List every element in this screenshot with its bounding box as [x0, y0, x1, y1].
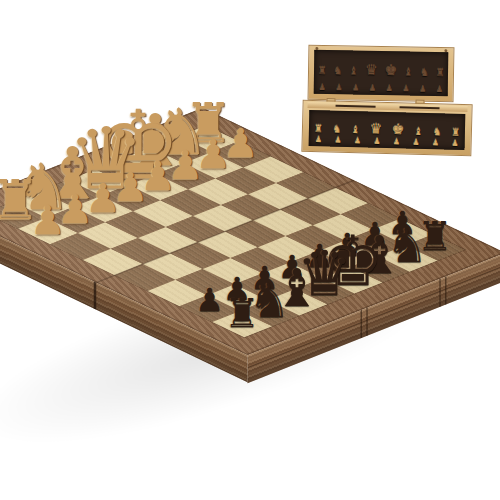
stored-piece-queen: ♛	[365, 63, 378, 77]
hinge-slot	[336, 105, 376, 108]
hinge-groove	[366, 307, 367, 336]
stored-piece-pawn: ♟	[335, 84, 342, 92]
lid-pawns-row: ♟♟♟♟♟♟♟♟	[314, 78, 448, 94]
stored-piece-pawn: ♟	[412, 139, 419, 147]
stored-piece-pawn: ♟	[393, 138, 400, 146]
stored-piece-pawn: ♟	[373, 138, 380, 146]
stored-piece-pawn: ♟	[315, 136, 322, 144]
stored-piece-pawn: ♟	[369, 85, 376, 93]
stored-piece-pawn: ♟	[436, 86, 443, 94]
base-felt: ♜♞♝♛♚♝♞♜ ♟♟♟♟♟♟♟♟	[309, 110, 466, 150]
stored-piece-pawn: ♟	[354, 137, 361, 145]
storage-box-base: ♜♞♝♛♚♝♞♜ ♟♟♟♟♟♟♟♟	[301, 100, 472, 156]
lid-felt: ♜♞♝♛♚♝♞♜ ♟♟♟♟♟♟♟♟	[314, 50, 449, 96]
stored-piece-pawn: ♟	[318, 84, 325, 92]
lid-pieces-row: ♜♞♝♛♚♝♞♜	[314, 52, 448, 78]
stored-piece-pawn: ♟	[402, 85, 409, 93]
stored-piece-rook: ♜	[317, 66, 326, 76]
stored-piece-pawn: ♟	[451, 140, 458, 148]
hinge-seam	[94, 281, 97, 309]
stored-piece-pawn: ♟	[385, 85, 392, 93]
base-pawns-row: ♟♟♟♟♟♟♟♟	[309, 131, 465, 148]
storage-box-lid: ♜♞♝♛♚♝♞♜ ♟♟♟♟♟♟♟♟	[308, 45, 455, 103]
storage-box-inset: ♜♞♝♛♚♝♞♜ ♟♟♟♟♟♟♟♟ ♜♞♝♛♚♝♞♜ ♟♟♟♟♟♟♟♟	[296, 40, 486, 162]
stored-piece-pawn: ♟	[352, 84, 359, 92]
stored-piece-king: ♚	[384, 63, 397, 77]
stored-piece-bishop: ♝	[349, 66, 358, 76]
hinge-groove	[439, 278, 440, 307]
stored-piece-pawn: ♟	[334, 137, 341, 145]
stored-piece-knight: ♞	[420, 68, 429, 78]
stored-piece-bishop: ♝	[404, 67, 413, 77]
stored-piece-pawn: ♟	[419, 86, 426, 94]
hinge-slot	[400, 106, 440, 109]
product-photo: ♜♞♝♛♚♝♞♜♟♟♟♟♟♟♟♟♟♟♟♟♟♟♟♟♜♞♝♛♚♝♞♜ ♜♞♝♛♚♝♞…	[0, 0, 500, 500]
hinge-groove	[445, 276, 446, 305]
hinge-groove	[361, 310, 362, 339]
stored-piece-pawn: ♟	[432, 139, 439, 147]
stored-piece-knight: ♞	[333, 66, 342, 76]
stored-piece-rook: ♜	[435, 68, 444, 78]
